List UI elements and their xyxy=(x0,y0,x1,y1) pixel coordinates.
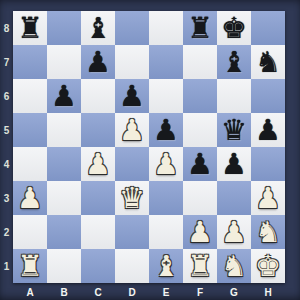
square-d5[interactable]: ♟ xyxy=(115,113,149,147)
piece-black-queen[interactable]: ♛ xyxy=(221,116,247,145)
rank-label: 3 xyxy=(0,181,13,215)
file-label: H xyxy=(251,284,285,300)
square-g1[interactable]: ♞ xyxy=(217,249,251,283)
square-b3[interactable] xyxy=(47,181,81,215)
file-label: B xyxy=(47,284,81,300)
chess-diagram: 87654321 ♜♝♜♚♟♝♞♟♟♟♟♛♟♟♟♟♟♟♛♟♟♟♞♜♝♜♞♚ AB… xyxy=(0,0,300,300)
square-b4[interactable] xyxy=(47,147,81,181)
square-h7[interactable]: ♞ xyxy=(251,45,285,79)
square-a5[interactable] xyxy=(13,113,47,147)
file-label: G xyxy=(217,284,251,300)
square-f7[interactable] xyxy=(183,45,217,79)
square-e3[interactable] xyxy=(149,181,183,215)
rank-labels: 87654321 xyxy=(0,11,13,283)
square-d7[interactable] xyxy=(115,45,149,79)
square-f2[interactable]: ♟ xyxy=(183,215,217,249)
square-c8[interactable]: ♝ xyxy=(81,11,115,45)
piece-black-pawn[interactable]: ♟ xyxy=(221,150,247,179)
square-f1[interactable]: ♜ xyxy=(183,249,217,283)
square-g6[interactable] xyxy=(217,79,251,113)
rank-label: 6 xyxy=(0,79,13,113)
square-a1[interactable]: ♜ xyxy=(13,249,47,283)
square-h4[interactable] xyxy=(251,147,285,181)
piece-black-king[interactable]: ♚ xyxy=(221,14,247,43)
square-a8[interactable]: ♜ xyxy=(13,11,47,45)
rank-label: 2 xyxy=(0,215,13,249)
square-a2[interactable] xyxy=(13,215,47,249)
square-c3[interactable] xyxy=(81,181,115,215)
square-d1[interactable] xyxy=(115,249,149,283)
piece-white-pawn[interactable]: ♟ xyxy=(187,218,213,247)
piece-white-pawn[interactable]: ♟ xyxy=(17,184,43,213)
square-b8[interactable] xyxy=(47,11,81,45)
rank-label: 5 xyxy=(0,113,13,147)
piece-black-rook[interactable]: ♜ xyxy=(17,14,43,43)
square-h1[interactable]: ♚ xyxy=(251,249,285,283)
square-c1[interactable] xyxy=(81,249,115,283)
square-c6[interactable] xyxy=(81,79,115,113)
piece-black-knight[interactable]: ♞ xyxy=(255,48,281,77)
piece-white-knight[interactable]: ♞ xyxy=(221,252,247,281)
rank-label: 8 xyxy=(0,11,13,45)
square-d2[interactable] xyxy=(115,215,149,249)
square-g2[interactable]: ♟ xyxy=(217,215,251,249)
square-g3[interactable] xyxy=(217,181,251,215)
piece-white-pawn[interactable]: ♟ xyxy=(221,218,247,247)
square-a6[interactable] xyxy=(13,79,47,113)
file-label: A xyxy=(13,284,47,300)
square-h5[interactable]: ♟ xyxy=(251,113,285,147)
square-c5[interactable] xyxy=(81,113,115,147)
square-c2[interactable] xyxy=(81,215,115,249)
square-b5[interactable] xyxy=(47,113,81,147)
square-b2[interactable] xyxy=(47,215,81,249)
square-f6[interactable] xyxy=(183,79,217,113)
square-e8[interactable] xyxy=(149,11,183,45)
square-a4[interactable] xyxy=(13,147,47,181)
piece-white-pawn[interactable]: ♟ xyxy=(119,116,145,145)
piece-white-rook[interactable]: ♜ xyxy=(187,252,213,281)
square-c7[interactable]: ♟ xyxy=(81,45,115,79)
piece-white-rook[interactable]: ♜ xyxy=(17,252,43,281)
square-e4[interactable]: ♟ xyxy=(149,147,183,181)
piece-black-pawn[interactable]: ♟ xyxy=(187,150,213,179)
square-f8[interactable]: ♜ xyxy=(183,11,217,45)
file-label: C xyxy=(81,284,115,300)
piece-black-pawn[interactable]: ♟ xyxy=(255,116,281,145)
file-label: E xyxy=(149,284,183,300)
piece-white-pawn[interactable]: ♟ xyxy=(85,150,111,179)
square-g4[interactable]: ♟ xyxy=(217,147,251,181)
piece-white-queen[interactable]: ♛ xyxy=(119,184,145,213)
square-c4[interactable]: ♟ xyxy=(81,147,115,181)
square-d8[interactable] xyxy=(115,11,149,45)
piece-black-bishop[interactable]: ♝ xyxy=(221,48,247,77)
piece-black-pawn[interactable]: ♟ xyxy=(85,48,111,77)
square-h8[interactable] xyxy=(251,11,285,45)
square-e6[interactable] xyxy=(149,79,183,113)
file-label: F xyxy=(183,284,217,300)
piece-black-pawn[interactable]: ♟ xyxy=(119,82,145,111)
piece-black-pawn[interactable]: ♟ xyxy=(51,82,77,111)
file-labels: ABCDEFGH xyxy=(13,284,285,300)
square-f5[interactable] xyxy=(183,113,217,147)
square-b7[interactable] xyxy=(47,45,81,79)
square-f3[interactable] xyxy=(183,181,217,215)
piece-black-rook[interactable]: ♜ xyxy=(187,14,213,43)
square-e2[interactable] xyxy=(149,215,183,249)
piece-white-pawn[interactable]: ♟ xyxy=(153,150,179,179)
square-h3[interactable]: ♟ xyxy=(251,181,285,215)
square-b1[interactable] xyxy=(47,249,81,283)
rank-label: 7 xyxy=(0,45,13,79)
square-g8[interactable]: ♚ xyxy=(217,11,251,45)
square-d6[interactable]: ♟ xyxy=(115,79,149,113)
square-g7[interactable]: ♝ xyxy=(217,45,251,79)
square-f4[interactable]: ♟ xyxy=(183,147,217,181)
rank-label: 1 xyxy=(0,249,13,283)
square-g5[interactable]: ♛ xyxy=(217,113,251,147)
piece-black-bishop[interactable]: ♝ xyxy=(85,14,111,43)
square-e7[interactable] xyxy=(149,45,183,79)
piece-black-pawn[interactable]: ♟ xyxy=(153,116,179,145)
piece-white-knight[interactable]: ♞ xyxy=(255,218,281,247)
file-label: D xyxy=(115,284,149,300)
square-e5[interactable]: ♟ xyxy=(149,113,183,147)
square-a3[interactable]: ♟ xyxy=(13,181,47,215)
piece-white-pawn[interactable]: ♟ xyxy=(255,184,281,213)
board: ♜♝♜♚♟♝♞♟♟♟♟♛♟♟♟♟♟♟♛♟♟♟♞♜♝♜♞♚ xyxy=(13,11,285,283)
square-a7[interactable] xyxy=(13,45,47,79)
square-b6[interactable]: ♟ xyxy=(47,79,81,113)
square-h6[interactable] xyxy=(251,79,285,113)
square-e1[interactable]: ♝ xyxy=(149,249,183,283)
piece-white-king[interactable]: ♚ xyxy=(255,252,281,281)
square-d4[interactable] xyxy=(115,147,149,181)
square-h2[interactable]: ♞ xyxy=(251,215,285,249)
square-d3[interactable]: ♛ xyxy=(115,181,149,215)
rank-label: 4 xyxy=(0,147,13,181)
piece-white-bishop[interactable]: ♝ xyxy=(153,252,179,281)
